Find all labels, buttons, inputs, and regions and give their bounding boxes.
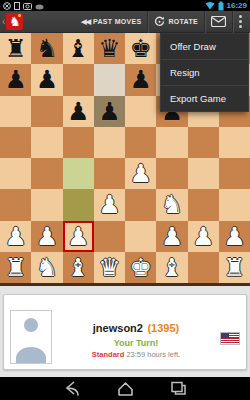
square-d7[interactable] xyxy=(94,64,125,95)
square-h5[interactable] xyxy=(219,127,250,158)
piece-black-pawn: ♟ xyxy=(129,67,151,92)
message-icon xyxy=(211,16,226,27)
camera-icon xyxy=(23,2,32,10)
square-a8[interactable]: ♜ xyxy=(0,33,31,64)
square-g1[interactable] xyxy=(188,252,219,283)
home-button[interactable] xyxy=(117,381,134,396)
square-f4[interactable] xyxy=(156,158,187,189)
square-h3[interactable] xyxy=(219,189,250,220)
piece-black-pawn: ♟ xyxy=(4,67,26,92)
piece-white-king: ♚ xyxy=(129,255,151,280)
turn-indicator: Your Turn! xyxy=(52,338,220,348)
game-meta: Standard 23:59 hours left. xyxy=(52,350,220,359)
player-rating: (1395) xyxy=(147,322,179,334)
square-d3[interactable]: ♟ xyxy=(94,189,125,220)
square-h2[interactable]: ♟ xyxy=(219,221,250,252)
square-c5[interactable] xyxy=(63,127,94,158)
square-g5[interactable] xyxy=(188,127,219,158)
piece-white-pawn: ♟ xyxy=(161,224,183,249)
square-b4[interactable] xyxy=(31,158,62,189)
menu-item-export-game[interactable]: Export Game xyxy=(161,86,248,111)
square-c8[interactable]: ♝ xyxy=(63,33,94,64)
player-card: jnewson2 (1395) Your Turn! Standard 23:5… xyxy=(3,294,247,370)
back-button[interactable] xyxy=(64,381,81,396)
recents-icon xyxy=(170,381,187,396)
square-e3[interactable] xyxy=(125,189,156,220)
piece-white-pawn: ♟ xyxy=(98,192,120,217)
square-c4[interactable] xyxy=(63,158,94,189)
square-b3[interactable] xyxy=(31,189,62,220)
square-h4[interactable] xyxy=(219,158,250,189)
android-nav-bar xyxy=(0,377,250,400)
square-c2[interactable]: ♟ xyxy=(63,221,94,252)
square-b5[interactable] xyxy=(31,127,62,158)
square-b8[interactable]: ♞ xyxy=(31,33,62,64)
piece-white-pawn: ♟ xyxy=(67,224,89,249)
piece-black-pawn: ♟ xyxy=(67,99,89,124)
piece-black-rook: ♜ xyxy=(4,36,26,61)
square-f3[interactable]: ♞ xyxy=(156,189,187,220)
square-g4[interactable] xyxy=(188,158,219,189)
square-e8[interactable]: ♚ xyxy=(125,33,156,64)
square-d2[interactable] xyxy=(94,221,125,252)
square-b6[interactable] xyxy=(31,96,62,127)
action-bar: ‹ ♞ ◀◀ PAST MOVES ROTATE xyxy=(0,11,250,33)
square-e2[interactable] xyxy=(125,221,156,252)
piece-white-pawn: ♟ xyxy=(192,224,214,249)
square-a6[interactable] xyxy=(0,96,31,127)
square-a7[interactable]: ♟ xyxy=(0,64,31,95)
wifi-icon xyxy=(205,1,215,10)
time-remaining: 23:59 hours left. xyxy=(126,350,180,359)
piece-white-bishop: ♝ xyxy=(67,255,89,280)
square-d1[interactable]: ♛ xyxy=(94,252,125,283)
piece-white-pawn: ♟ xyxy=(129,161,151,186)
piece-white-pawn: ♟ xyxy=(223,224,245,249)
square-b1[interactable]: ♞ xyxy=(31,252,62,283)
past-moves-button[interactable]: ◀◀ PAST MOVES xyxy=(75,11,147,33)
square-h1[interactable]: ♜ xyxy=(219,252,250,283)
notification-icon xyxy=(35,2,44,10)
piece-white-pawn: ♟ xyxy=(4,224,26,249)
square-a1[interactable]: ♜ xyxy=(0,252,31,283)
menu-item-resign[interactable]: Resign xyxy=(161,60,248,86)
player-avatar[interactable] xyxy=(10,310,52,364)
square-e1[interactable]: ♚ xyxy=(125,252,156,283)
square-d8[interactable]: ♛ xyxy=(94,33,125,64)
square-g3[interactable] xyxy=(188,189,219,220)
game-mode: Standard xyxy=(92,350,125,359)
status-bar: 16:29 xyxy=(0,0,250,11)
square-d6[interactable]: ♟ xyxy=(94,96,125,127)
square-c7[interactable] xyxy=(63,64,94,95)
square-a2[interactable]: ♟ xyxy=(0,221,31,252)
square-e6[interactable] xyxy=(125,96,156,127)
square-c1[interactable]: ♝ xyxy=(63,252,94,283)
piece-white-rook: ♜ xyxy=(4,255,26,280)
square-b7[interactable]: ♟ xyxy=(31,64,62,95)
piece-black-queen: ♛ xyxy=(98,36,120,61)
square-f5[interactable] xyxy=(156,127,187,158)
square-d5[interactable] xyxy=(94,127,125,158)
square-a3[interactable] xyxy=(0,189,31,220)
rewind-icon: ◀◀ xyxy=(81,18,90,26)
overflow-dropdown-menu: Offer DrawResignExport Game xyxy=(160,33,249,112)
rotate-button[interactable]: ROTATE xyxy=(148,11,204,33)
piece-black-knight: ♞ xyxy=(36,36,58,61)
piece-white-queen: ♛ xyxy=(98,255,120,280)
up-caret-icon: ‹ xyxy=(2,11,5,33)
piece-black-pawn: ♟ xyxy=(36,67,58,92)
piece-black-bishop: ♝ xyxy=(67,36,89,61)
piece-white-rook: ♜ xyxy=(223,255,245,280)
piece-black-pawn: ♟ xyxy=(98,99,120,124)
piece-white-pawn: ♟ xyxy=(36,224,58,249)
piece-black-king: ♚ xyxy=(129,36,151,61)
piece-white-knight: ♞ xyxy=(36,255,58,280)
cancel-circle-icon xyxy=(3,2,11,10)
square-a4[interactable] xyxy=(0,158,31,189)
battery-icon xyxy=(218,1,224,11)
square-c3[interactable] xyxy=(63,189,94,220)
back-icon xyxy=(64,381,81,396)
storage-icon xyxy=(14,2,20,10)
rotate-icon xyxy=(154,16,165,27)
home-icon xyxy=(117,381,134,396)
piece-white-bishop: ♝ xyxy=(161,255,183,280)
square-f1[interactable]: ♝ xyxy=(156,252,187,283)
player-name: jnewson2 xyxy=(93,322,143,334)
clock: 16:29 xyxy=(227,0,247,11)
square-f2[interactable]: ♟ xyxy=(156,221,187,252)
square-d4[interactable] xyxy=(94,158,125,189)
recents-button[interactable] xyxy=(170,381,187,396)
message-button[interactable] xyxy=(205,11,232,33)
square-e5[interactable] xyxy=(125,127,156,158)
square-g2[interactable]: ♟ xyxy=(188,221,219,252)
square-c6[interactable]: ♟ xyxy=(63,96,94,127)
square-e7[interactable]: ♟ xyxy=(125,64,156,95)
square-e4[interactable]: ♟ xyxy=(125,158,156,189)
app-logo-knight-icon[interactable]: ♞ xyxy=(6,13,23,30)
overflow-menu-button[interactable] xyxy=(233,15,248,28)
menu-item-offer-draw[interactable]: Offer Draw xyxy=(161,34,248,60)
piece-white-knight: ♞ xyxy=(161,192,183,217)
us-flag-icon xyxy=(220,332,240,345)
square-b2[interactable]: ♟ xyxy=(31,221,62,252)
square-a5[interactable] xyxy=(0,127,31,158)
player-info-section: jnewson2 (1395) Your Turn! Standard 23:5… xyxy=(0,283,250,377)
